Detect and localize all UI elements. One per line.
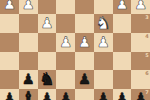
square-g4[interactable]: [19, 33, 38, 52]
square-f2[interactable]: [38, 0, 57, 14]
square-g2[interactable]: ♟: [19, 0, 38, 14]
square-g7[interactable]: ♝: [19, 89, 38, 100]
square-b4[interactable]: [113, 33, 132, 52]
white-pawn-c4[interactable]: ♟: [94, 33, 113, 52]
square-c7[interactable]: ♟: [94, 89, 113, 100]
chess-board-viewport: 1♟♟♟2♟♟♞3♟♟♟45♟♞♟6♟♝♟♟♟♟7♟8: [0, 0, 150, 100]
square-c2[interactable]: [94, 0, 113, 14]
square-h6[interactable]: [0, 70, 19, 89]
black-pawn-e7[interactable]: ♟: [56, 89, 75, 100]
rank-label-6: 6: [145, 70, 148, 76]
white-knight-c3[interactable]: ♞: [94, 14, 113, 33]
square-h5[interactable]: [0, 52, 19, 71]
square-d4[interactable]: ♟: [75, 33, 94, 52]
square-e7[interactable]: ♟: [56, 89, 75, 100]
square-b5[interactable]: [113, 52, 132, 71]
square-h4[interactable]: [0, 33, 19, 52]
white-pawn-b2[interactable]: ♟: [113, 0, 132, 14]
square-b2[interactable]: ♟: [113, 0, 132, 14]
square-f6[interactable]: ♞: [38, 70, 57, 89]
black-pawn-b7[interactable]: ♟: [113, 89, 132, 100]
rank-label-5: 5: [145, 52, 148, 58]
square-e2[interactable]: [56, 0, 75, 14]
square-b6[interactable]: [113, 70, 132, 89]
black-pawn-f7[interactable]: ♟: [38, 89, 57, 100]
rank-label-4: 4: [145, 33, 148, 39]
square-h3[interactable]: [0, 14, 19, 33]
square-b3[interactable]: [113, 14, 132, 33]
square-d3[interactable]: [75, 14, 94, 33]
square-d7[interactable]: [75, 89, 94, 100]
white-pawn-g2[interactable]: ♟: [19, 0, 38, 14]
black-pawn-h7[interactable]: ♟: [0, 89, 19, 100]
square-a7[interactable]: 7♟: [131, 89, 150, 100]
square-f3[interactable]: ♟: [38, 14, 57, 33]
square-e6[interactable]: [56, 70, 75, 89]
square-e5[interactable]: [56, 52, 75, 71]
square-e4[interactable]: ♟: [56, 33, 75, 52]
white-pawn-a2[interactable]: ♟: [131, 0, 150, 14]
square-g5[interactable]: [19, 52, 38, 71]
square-a4[interactable]: 4: [131, 33, 150, 52]
square-e3[interactable]: [56, 14, 75, 33]
black-pawn-a7[interactable]: ♟: [131, 89, 150, 100]
white-pawn-d4[interactable]: ♟: [75, 33, 94, 52]
square-c5[interactable]: [94, 52, 113, 71]
chess-board: 1♟♟♟2♟♟♞3♟♟♟45♟♞♟6♟♝♟♟♟♟7♟8: [0, 0, 150, 100]
square-f5[interactable]: [38, 52, 57, 71]
square-h7[interactable]: ♟: [0, 89, 19, 100]
white-pawn-h2[interactable]: ♟: [0, 0, 19, 14]
square-b7[interactable]: ♟: [113, 89, 132, 100]
square-d5[interactable]: [75, 52, 94, 71]
white-pawn-f3[interactable]: ♟: [38, 14, 57, 33]
white-pawn-e4[interactable]: ♟: [56, 33, 75, 52]
square-d6[interactable]: ♟: [75, 70, 94, 89]
square-g3[interactable]: [19, 14, 38, 33]
square-a5[interactable]: 5: [131, 52, 150, 71]
square-f4[interactable]: [38, 33, 57, 52]
black-knight-f6[interactable]: ♞: [38, 70, 57, 89]
black-bishop-g7[interactable]: ♝: [19, 89, 38, 100]
square-f7[interactable]: ♟: [38, 89, 57, 100]
square-g6[interactable]: ♟: [19, 70, 38, 89]
square-a3[interactable]: 3: [131, 14, 150, 33]
square-h2[interactable]: ♟: [0, 0, 19, 14]
square-c4[interactable]: ♟: [94, 33, 113, 52]
square-a2[interactable]: 2♟: [131, 0, 150, 14]
square-d2[interactable]: [75, 0, 94, 14]
black-pawn-c7[interactable]: ♟: [94, 89, 113, 100]
black-pawn-d6[interactable]: ♟: [75, 70, 94, 89]
square-c3[interactable]: ♞: [94, 14, 113, 33]
square-a6[interactable]: 6: [131, 70, 150, 89]
black-pawn-g6[interactable]: ♟: [19, 70, 38, 89]
square-c6[interactable]: [94, 70, 113, 89]
rank-label-3: 3: [145, 14, 148, 20]
